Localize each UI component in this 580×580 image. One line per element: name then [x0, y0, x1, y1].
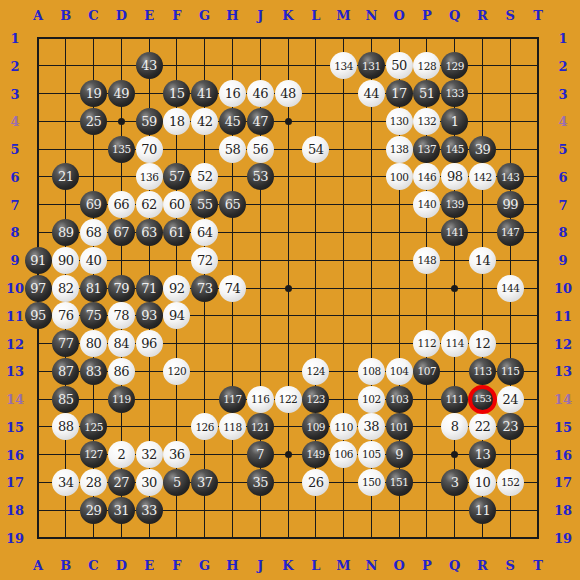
- col-label-bottom-F: F: [172, 559, 181, 572]
- stone-move-number: 52: [197, 170, 213, 183]
- stone-B14: 85: [52, 386, 79, 413]
- col-label-bottom-D: D: [116, 559, 127, 572]
- stone-move-number: 16: [225, 87, 241, 100]
- stone-move-number: 130: [390, 116, 409, 127]
- stone-move-number: 18: [169, 115, 185, 128]
- stone-move-number: 80: [86, 337, 102, 350]
- stone-D13: 86: [108, 358, 135, 385]
- stone-move-number: 124: [306, 366, 325, 377]
- stone-move-number: 68: [86, 226, 102, 239]
- stone-move-number: 152: [501, 477, 520, 488]
- stone-N14: 102: [358, 386, 385, 413]
- stone-B17: 34: [52, 469, 79, 496]
- stone-R9: 14: [469, 247, 496, 274]
- col-label-bottom-P: P: [422, 559, 432, 572]
- stone-H4: 45: [219, 108, 246, 135]
- col-label-top-O: O: [393, 9, 404, 22]
- stone-M15: 110: [330, 413, 357, 440]
- stone-move-number: 88: [58, 420, 74, 433]
- stone-move-number: 118: [223, 422, 242, 433]
- stone-move-number: 22: [475, 420, 491, 433]
- stone-move-number: 95: [30, 309, 46, 322]
- row-label-left-12: 12: [6, 337, 24, 350]
- stone-S8: 147: [497, 219, 524, 246]
- col-label-top-K: K: [282, 9, 293, 22]
- stone-move-number: 120: [168, 366, 187, 377]
- col-label-bottom-J: J: [257, 559, 263, 572]
- stone-move-number: 43: [141, 59, 157, 72]
- stone-N13: 108: [358, 358, 385, 385]
- stone-move-number: 135: [112, 144, 131, 155]
- col-label-top-Q: Q: [449, 9, 460, 22]
- col-label-top-J: J: [257, 9, 263, 22]
- row-label-left-6: 6: [10, 170, 19, 183]
- stone-move-number: 19: [86, 87, 102, 100]
- stone-move-number: 93: [141, 309, 157, 322]
- col-label-bottom-E: E: [144, 559, 154, 572]
- star-point-K4: [285, 118, 292, 125]
- stone-R14-last-move: 153: [468, 385, 497, 414]
- stone-E5: 70: [136, 136, 163, 163]
- stone-L13: 124: [302, 358, 329, 385]
- row-label-right-16: 16: [554, 448, 572, 461]
- stone-move-number: 146: [418, 172, 437, 183]
- stone-D14: 119: [108, 386, 135, 413]
- row-label-left-7: 7: [10, 198, 19, 211]
- stone-Q2: 129: [441, 52, 468, 79]
- stone-move-number: 40: [86, 254, 102, 267]
- stone-move-number: 90: [58, 254, 74, 267]
- stone-move-number: 48: [280, 87, 296, 100]
- stone-move-number: 99: [502, 198, 518, 211]
- stone-move-number: 145: [445, 144, 464, 155]
- stone-move-number: 9: [395, 448, 403, 461]
- stone-F4: 18: [163, 108, 190, 135]
- stone-E2: 43: [136, 52, 163, 79]
- stone-L5: 54: [302, 136, 329, 163]
- stone-move-number: 27: [114, 476, 130, 489]
- stone-L15: 109: [302, 413, 329, 440]
- stone-C10: 81: [80, 275, 107, 302]
- stone-S17: 152: [497, 469, 524, 496]
- stone-B10: 82: [52, 275, 79, 302]
- stone-move-number: 114: [445, 338, 464, 349]
- stone-move-number: 34: [58, 476, 74, 489]
- col-label-bottom-R: R: [477, 559, 488, 572]
- stone-Q8: 141: [441, 219, 468, 246]
- stone-N16: 105: [358, 441, 385, 468]
- stone-P4: 132: [413, 108, 440, 135]
- stone-move-number: 44: [364, 87, 380, 100]
- stone-move-number: 53: [252, 170, 268, 183]
- col-label-bottom-Q: Q: [449, 559, 460, 572]
- stone-move-number: 75: [86, 309, 102, 322]
- stone-J17: 35: [247, 469, 274, 496]
- stone-move-number: 65: [225, 198, 241, 211]
- stone-move-number: 70: [141, 143, 157, 156]
- star-point-K10: [285, 285, 292, 292]
- stone-Q17: 3: [441, 469, 468, 496]
- stone-move-number: 127: [84, 449, 103, 460]
- stone-move-number: 35: [252, 476, 268, 489]
- row-label-right-3: 3: [558, 87, 567, 100]
- stone-move-number: 45: [225, 115, 241, 128]
- stone-K14: 122: [275, 386, 302, 413]
- col-label-bottom-H: H: [226, 559, 238, 572]
- stone-move-number: 105: [362, 449, 381, 460]
- stone-O5: 138: [386, 136, 413, 163]
- stone-move-number: 23: [502, 420, 518, 433]
- stone-move-number: 101: [390, 422, 409, 433]
- stone-J16: 7: [247, 441, 274, 468]
- stone-move-number: 119: [112, 394, 131, 405]
- stone-C17: 28: [80, 469, 107, 496]
- row-label-right-17: 17: [554, 476, 572, 489]
- stone-move-number: 61: [169, 226, 185, 239]
- stone-B13: 87: [52, 358, 79, 385]
- col-label-top-M: M: [336, 9, 350, 22]
- stone-G6: 52: [191, 163, 218, 190]
- stone-Q5: 145: [441, 136, 468, 163]
- stone-move-number: 74: [225, 282, 241, 295]
- stone-C8: 68: [80, 219, 107, 246]
- stone-E17: 30: [136, 469, 163, 496]
- stone-move-number: 132: [418, 116, 437, 127]
- stone-move-number: 138: [390, 144, 409, 155]
- stone-move-number: 62: [141, 198, 157, 211]
- col-label-top-R: R: [477, 9, 488, 22]
- stone-move-number: 1: [451, 115, 459, 128]
- stone-O14: 103: [386, 386, 413, 413]
- stone-move-number: 141: [445, 227, 464, 238]
- col-label-top-F: F: [172, 9, 181, 22]
- col-label-top-A: A: [33, 9, 43, 22]
- star-point-Q10: [451, 285, 458, 292]
- col-label-bottom-N: N: [365, 559, 377, 572]
- row-label-left-17: 17: [6, 476, 24, 489]
- stone-A11: 95: [25, 302, 52, 329]
- stone-M2: 134: [330, 52, 357, 79]
- stone-D17: 27: [108, 469, 135, 496]
- stone-F3: 15: [163, 80, 190, 107]
- col-label-top-H: H: [226, 9, 238, 22]
- stone-move-number: 76: [58, 309, 74, 322]
- stone-move-number: 96: [141, 337, 157, 350]
- stone-move-number: 86: [114, 365, 130, 378]
- stone-J14: 116: [247, 386, 274, 413]
- col-label-bottom-B: B: [60, 559, 71, 572]
- stone-move-number: 110: [334, 422, 353, 433]
- stone-move-number: 15: [169, 87, 185, 100]
- stone-move-number: 49: [114, 87, 130, 100]
- stone-R18: 11: [469, 497, 496, 524]
- stone-D11: 78: [108, 302, 135, 329]
- stone-move-number: 85: [58, 393, 74, 406]
- stone-P12: 112: [413, 330, 440, 357]
- stone-A9: 91: [25, 247, 52, 274]
- stone-N3: 44: [358, 80, 385, 107]
- stone-N2: 131: [358, 52, 385, 79]
- stone-F8: 61: [163, 219, 190, 246]
- stone-move-number: 102: [362, 394, 381, 405]
- row-label-left-15: 15: [6, 420, 24, 433]
- col-label-bottom-L: L: [311, 559, 320, 572]
- stone-K3: 48: [275, 80, 302, 107]
- stone-R6: 142: [469, 163, 496, 190]
- stone-move-number: 106: [334, 449, 353, 460]
- stone-move-number: 82: [58, 282, 74, 295]
- col-label-top-T: T: [533, 9, 543, 22]
- stone-move-number: 14: [475, 254, 491, 267]
- stone-Q4: 1: [441, 108, 468, 135]
- stone-C18: 29: [80, 497, 107, 524]
- stone-O2: 50: [386, 52, 413, 79]
- stone-move-number: 111: [445, 394, 464, 405]
- stone-Q15: 8: [441, 413, 468, 440]
- row-label-left-18: 18: [6, 504, 24, 517]
- stone-move-number: 83: [86, 365, 102, 378]
- stone-move-number: 100: [390, 172, 409, 183]
- stone-move-number: 137: [418, 144, 437, 155]
- stone-move-number: 47: [252, 115, 268, 128]
- stone-move-number: 133: [445, 88, 464, 99]
- row-label-left-10: 10: [6, 282, 24, 295]
- stone-move-number: 24: [502, 393, 518, 406]
- stone-P13: 107: [413, 358, 440, 385]
- stone-move-number: 142: [473, 172, 492, 183]
- stone-E12: 96: [136, 330, 163, 357]
- stone-move-number: 107: [418, 366, 437, 377]
- row-label-right-6: 6: [558, 170, 567, 183]
- stone-P5: 137: [413, 136, 440, 163]
- stone-move-number: 150: [362, 477, 381, 488]
- stone-move-number: 54: [308, 143, 324, 156]
- row-label-left-14: 14: [6, 393, 24, 406]
- stone-move-number: 116: [251, 394, 270, 405]
- stone-move-number: 81: [86, 282, 102, 295]
- stone-G15: 126: [191, 413, 218, 440]
- stone-E8: 63: [136, 219, 163, 246]
- stone-E10: 71: [136, 275, 163, 302]
- stone-H15: 118: [219, 413, 246, 440]
- row-label-right-7: 7: [558, 198, 567, 211]
- stone-H14: 117: [219, 386, 246, 413]
- stone-move-number: 3: [451, 476, 459, 489]
- stone-F6: 57: [163, 163, 190, 190]
- col-label-top-N: N: [365, 9, 377, 22]
- stone-C16: 127: [80, 441, 107, 468]
- stone-Q3: 133: [441, 80, 468, 107]
- stone-H3: 16: [219, 80, 246, 107]
- stone-move-number: 77: [58, 337, 74, 350]
- stone-H10: 74: [219, 275, 246, 302]
- row-label-left-9: 9: [10, 254, 19, 267]
- star-point-K16: [285, 451, 292, 458]
- stone-move-number: 149: [306, 449, 325, 460]
- col-label-top-D: D: [116, 9, 127, 22]
- stone-move-number: 79: [114, 282, 130, 295]
- stone-S7: 99: [497, 191, 524, 218]
- stone-move-number: 57: [169, 170, 185, 183]
- stone-F16: 36: [163, 441, 190, 468]
- stone-move-number: 73: [197, 282, 213, 295]
- stone-O16: 9: [386, 441, 413, 468]
- row-label-right-18: 18: [554, 504, 572, 517]
- stone-move-number: 129: [445, 61, 464, 72]
- stone-move-number: 140: [418, 199, 437, 210]
- stone-move-number: 13: [475, 448, 491, 461]
- row-label-left-13: 13: [6, 365, 24, 378]
- stone-move-number: 97: [30, 282, 46, 295]
- row-label-right-19: 19: [554, 532, 572, 545]
- stone-C13: 83: [80, 358, 107, 385]
- stone-L16: 149: [302, 441, 329, 468]
- stone-move-number: 84: [114, 337, 130, 350]
- stone-R15: 22: [469, 413, 496, 440]
- stone-G4: 42: [191, 108, 218, 135]
- stone-C11: 75: [80, 302, 107, 329]
- stone-C4: 25: [80, 108, 107, 135]
- stone-G10: 73: [191, 275, 218, 302]
- grid-line-horizontal: [37, 537, 539, 539]
- stone-J3: 46: [247, 80, 274, 107]
- stone-S6: 143: [497, 163, 524, 190]
- stone-D16: 2: [108, 441, 135, 468]
- row-label-left-4: 4: [10, 115, 19, 128]
- stone-B8: 89: [52, 219, 79, 246]
- stone-G3: 41: [191, 80, 218, 107]
- row-label-right-1: 1: [558, 32, 567, 45]
- stone-D12: 84: [108, 330, 135, 357]
- stone-D7: 66: [108, 191, 135, 218]
- stone-move-number: 59: [141, 115, 157, 128]
- col-label-bottom-K: K: [282, 559, 293, 572]
- stone-E18: 33: [136, 497, 163, 524]
- stone-A10: 97: [25, 275, 52, 302]
- stone-C15: 125: [80, 413, 107, 440]
- stone-move-number: 10: [475, 476, 491, 489]
- stone-move-number: 8: [451, 420, 459, 433]
- row-label-right-12: 12: [554, 337, 572, 350]
- stone-move-number: 123: [306, 394, 325, 405]
- stone-move-number: 131: [362, 61, 381, 72]
- stone-B9: 90: [52, 247, 79, 274]
- stone-move-number: 58: [225, 143, 241, 156]
- stone-M16: 106: [330, 441, 357, 468]
- stone-move-number: 50: [391, 59, 407, 72]
- stone-R13: 113: [469, 358, 496, 385]
- stone-move-number: 113: [473, 366, 492, 377]
- stone-F13: 120: [163, 358, 190, 385]
- stone-P2: 128: [413, 52, 440, 79]
- stone-move-number: 139: [445, 199, 464, 210]
- row-label-right-13: 13: [554, 365, 572, 378]
- stone-move-number: 28: [86, 476, 102, 489]
- col-label-bottom-A: A: [33, 559, 43, 572]
- col-label-bottom-G: G: [199, 559, 210, 572]
- stone-move-number: 71: [141, 282, 157, 295]
- stone-move-number: 69: [86, 198, 102, 211]
- star-point-D4: [118, 118, 125, 125]
- stone-O17: 151: [386, 469, 413, 496]
- stone-move-number: 67: [114, 226, 130, 239]
- stone-move-number: 26: [308, 476, 324, 489]
- row-label-right-15: 15: [554, 420, 572, 433]
- stone-move-number: 126: [195, 422, 214, 433]
- stone-move-number: 109: [306, 422, 325, 433]
- stone-H5: 58: [219, 136, 246, 163]
- stone-J5: 56: [247, 136, 274, 163]
- row-label-left-8: 8: [10, 226, 19, 239]
- stone-E4: 59: [136, 108, 163, 135]
- stone-E7: 62: [136, 191, 163, 218]
- stone-H7: 65: [219, 191, 246, 218]
- stone-move-number: 103: [390, 394, 409, 405]
- stone-C7: 69: [80, 191, 107, 218]
- col-label-top-S: S: [506, 9, 515, 22]
- stone-O6: 100: [386, 163, 413, 190]
- stone-move-number: 32: [141, 448, 157, 461]
- stone-S15: 23: [497, 413, 524, 440]
- stone-move-number: 112: [418, 338, 437, 349]
- stone-O4: 130: [386, 108, 413, 135]
- stone-E6: 136: [136, 163, 163, 190]
- col-label-top-B: B: [60, 9, 71, 22]
- stone-move-number: 21: [58, 170, 74, 183]
- stone-move-number: 117: [223, 394, 242, 405]
- row-label-left-19: 19: [6, 532, 24, 545]
- stone-R17: 10: [469, 469, 496, 496]
- stone-N15: 38: [358, 413, 385, 440]
- col-label-bottom-O: O: [393, 559, 404, 572]
- grid-line-vertical: [537, 37, 539, 539]
- stone-move-number: 25: [86, 115, 102, 128]
- stone-E16: 32: [136, 441, 163, 468]
- stone-move-number: 12: [475, 337, 491, 350]
- stone-D3: 49: [108, 80, 135, 107]
- stone-move-number: 46: [252, 87, 268, 100]
- stone-move-number: 89: [58, 226, 74, 239]
- stone-move-number: 5: [173, 476, 181, 489]
- row-label-left-16: 16: [6, 448, 24, 461]
- stone-N17: 150: [358, 469, 385, 496]
- stone-D10: 79: [108, 275, 135, 302]
- row-label-right-10: 10: [554, 282, 572, 295]
- stone-C12: 80: [80, 330, 107, 357]
- stone-F11: 94: [163, 302, 190, 329]
- stone-B15: 88: [52, 413, 79, 440]
- stone-move-number: 121: [251, 422, 270, 433]
- col-label-top-L: L: [311, 9, 320, 22]
- stone-R16: 13: [469, 441, 496, 468]
- col-label-bottom-C: C: [88, 559, 98, 572]
- stone-move-number: 144: [501, 283, 520, 294]
- stone-move-number: 36: [169, 448, 185, 461]
- row-label-right-8: 8: [558, 226, 567, 239]
- stone-move-number: 29: [86, 504, 102, 517]
- stone-R12: 12: [469, 330, 496, 357]
- stone-C9: 40: [80, 247, 107, 274]
- stone-E11: 93: [136, 302, 163, 329]
- row-label-right-9: 9: [558, 254, 567, 267]
- stone-P6: 146: [413, 163, 440, 190]
- stone-S13: 115: [497, 358, 524, 385]
- stone-move-number: 31: [114, 504, 130, 517]
- stone-move-number: 60: [169, 198, 185, 211]
- col-label-top-P: P: [422, 9, 432, 22]
- stone-F17: 5: [163, 469, 190, 496]
- row-label-left-1: 1: [10, 32, 19, 45]
